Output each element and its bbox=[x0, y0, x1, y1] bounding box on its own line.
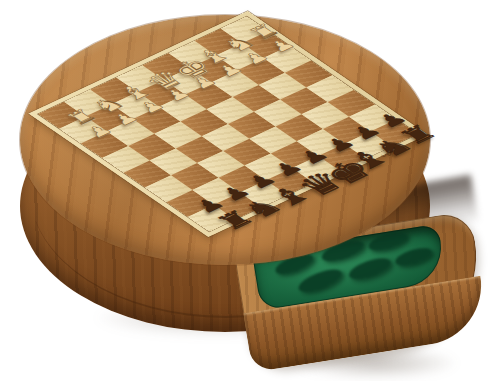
square-a1[interactable]: ♜ bbox=[38, 102, 86, 129]
stored-piece-bump bbox=[296, 265, 345, 296]
stored-piece-bump bbox=[393, 245, 433, 269]
chess-set-photo: ♜♞♝♛♚♝♞♜♟♟♟♟♟♟♟♟♟♟♟♟♟♟♟♟♜♞♝♛♚♝♞♜ 〰 bbox=[0, 0, 500, 381]
stored-piece-bump bbox=[347, 254, 394, 283]
